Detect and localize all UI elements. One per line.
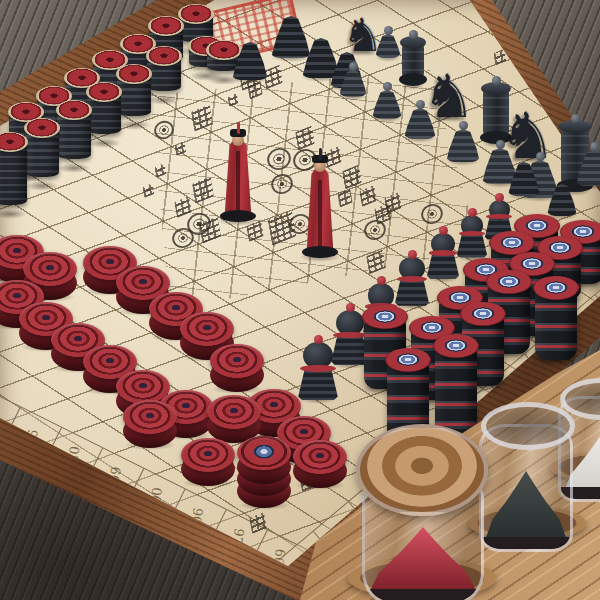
black-bulb-pawn-red-knob[interactable] (426, 226, 460, 279)
black-bulb-pawn-red-knob[interactable] (297, 335, 339, 400)
bell-ribs (371, 90, 403, 119)
red-disc-stack[interactable] (237, 436, 291, 508)
hourglass-base (482, 537, 570, 549)
barrel-seal-cap (486, 270, 532, 294)
bulb-skirt (456, 234, 488, 257)
black-spiral-cone[interactable] (230, 42, 270, 80)
figurine-base (302, 246, 337, 258)
bulb-red-knob (439, 226, 448, 235)
black-coin-stack[interactable] (56, 100, 92, 169)
black-bell-pawn[interactable] (374, 26, 402, 58)
red-disc[interactable] (210, 344, 264, 392)
black-bell-pawn[interactable] (371, 82, 403, 119)
black-sand-hourglass[interactable] (476, 402, 574, 560)
red-sand-hourglass[interactable] (356, 424, 488, 600)
bulb-red-band (397, 276, 427, 282)
black-spiral-cone[interactable] (545, 184, 579, 216)
cone-coils (545, 184, 579, 216)
barrel-seal-cap (533, 276, 579, 300)
figurine-sash (318, 180, 322, 248)
disc-carved-top (207, 395, 261, 429)
piece-shadow (57, 163, 92, 173)
black-bulb-pawn-red-knob[interactable] (456, 208, 488, 258)
bulb-red-band (300, 365, 335, 372)
barrel-stack-blue-seal[interactable] (533, 276, 579, 360)
bell-ribs (374, 34, 402, 58)
bulb-skirt (297, 370, 339, 401)
hourglass-base (365, 589, 481, 600)
coin-stack-red-cap (116, 64, 152, 84)
disc-carved-top (181, 438, 235, 472)
bulb-red-knob (377, 276, 386, 285)
red-disc[interactable] (123, 400, 177, 448)
coin-stack-red-cap (146, 46, 182, 66)
barrel-seal-cap (460, 302, 506, 326)
black-bell-pawn[interactable] (445, 121, 481, 162)
figurine-plume (319, 148, 322, 160)
bell-finial (590, 142, 599, 151)
bell-finial (496, 140, 505, 149)
red-general-figurine[interactable] (298, 152, 342, 258)
bulb-red-band (429, 250, 458, 256)
tower-finial (409, 30, 418, 39)
red-disc[interactable] (293, 440, 347, 488)
hourglass-wood-cap (356, 424, 488, 516)
disc-carved-top (123, 400, 177, 434)
bell-finial (383, 82, 392, 91)
disc-carved-top (180, 312, 234, 346)
barrel-seal-cap (385, 348, 431, 372)
bulb-red-knob (468, 208, 477, 217)
disc-blue-seal-top (237, 436, 291, 470)
bell-finial (536, 152, 545, 161)
cone-coils (230, 42, 270, 80)
coin-stack-red-cap (148, 16, 184, 36)
bell-finial (459, 121, 468, 130)
barrel-seal-cap (362, 305, 408, 329)
coin-stack-red-cap (56, 100, 92, 120)
barrel-stack-blue-seal[interactable] (433, 334, 479, 438)
bell-ribs (445, 129, 481, 162)
bulb-red-knob (346, 303, 355, 312)
bell-ribs (338, 70, 368, 97)
black-coin-stack[interactable] (0, 132, 28, 215)
bell-ribs (575, 150, 600, 186)
bulb-red-knob (495, 193, 504, 202)
figurine-plume (237, 122, 240, 134)
board-game-scene: 609056000909760916 0160972383679070 (0, 0, 600, 600)
hourglass-glass-rim (481, 402, 575, 450)
coin-stack-red-cap (24, 118, 60, 138)
cone-coils (506, 162, 542, 196)
bulb-red-knob (314, 335, 323, 344)
tower-finial (492, 76, 501, 85)
figurine-base (220, 210, 255, 222)
bell-ribs (403, 108, 437, 139)
black-coin-stack[interactable] (24, 118, 60, 187)
red-general-figurine[interactable] (216, 126, 260, 222)
black-bell-pawn[interactable] (403, 100, 437, 139)
piece-shadow (25, 181, 60, 191)
figurine-sash (236, 151, 240, 212)
coin-stack-red-cap (86, 82, 122, 102)
black-bell-pawn[interactable] (338, 62, 368, 97)
tower-finial (571, 114, 580, 123)
disc-carved-top (210, 344, 264, 378)
black-bell-pawn[interactable] (575, 142, 600, 186)
bell-finial (349, 62, 358, 71)
disc-carved-top (293, 440, 347, 474)
red-disc[interactable] (181, 438, 235, 486)
bell-finial (416, 100, 425, 109)
bell-finial (384, 26, 393, 35)
bulb-red-knob (408, 250, 417, 259)
barrel-seal-cap (433, 334, 479, 358)
black-spiral-cone[interactable] (506, 162, 542, 196)
bulb-skirt (426, 254, 460, 279)
